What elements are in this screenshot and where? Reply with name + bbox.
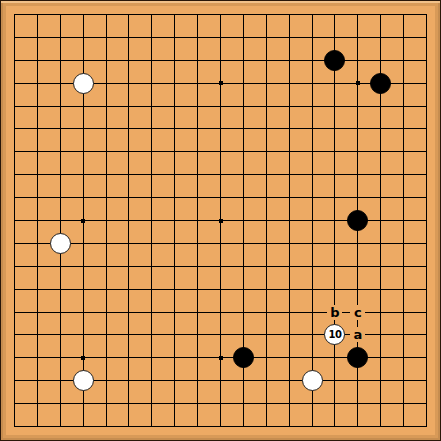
star-point <box>219 219 223 223</box>
grid-line-vertical <box>334 14 335 427</box>
star-point <box>81 219 85 223</box>
go-board: abc10 <box>0 0 441 441</box>
grid-line-vertical <box>266 14 267 427</box>
stone-black <box>233 347 254 368</box>
stone-white-move-10: 10 <box>324 324 345 345</box>
annotation-letter-b: b <box>327 305 342 320</box>
grid-line-horizontal <box>14 289 427 290</box>
move-number-label: 10 <box>328 330 341 340</box>
annotation-letter-glyph: b <box>330 306 339 319</box>
stone-white <box>73 370 94 391</box>
stone-black <box>324 50 345 71</box>
annotation-letter-c: c <box>350 305 365 320</box>
grid-line-vertical <box>289 14 290 427</box>
grid-line-vertical <box>426 14 427 427</box>
annotation-letter-a: a <box>350 327 365 342</box>
grid-line-horizontal <box>14 403 427 404</box>
grid-line-horizontal <box>14 426 427 427</box>
star-point <box>81 356 85 360</box>
grid-line-horizontal <box>14 266 427 267</box>
stone-black <box>347 347 368 368</box>
star-point <box>356 81 360 85</box>
stone-white <box>50 233 71 254</box>
annotation-letter-glyph: c <box>354 306 362 319</box>
grid-line-vertical <box>312 14 313 427</box>
grid-line-vertical <box>403 14 404 427</box>
stone-black <box>347 210 368 231</box>
stone-black <box>370 73 391 94</box>
grid-line-horizontal <box>14 243 427 244</box>
annotation-letter-glyph: a <box>353 328 362 341</box>
star-point <box>219 356 223 360</box>
star-point <box>219 81 223 85</box>
stone-white <box>73 73 94 94</box>
stone-white <box>302 370 323 391</box>
